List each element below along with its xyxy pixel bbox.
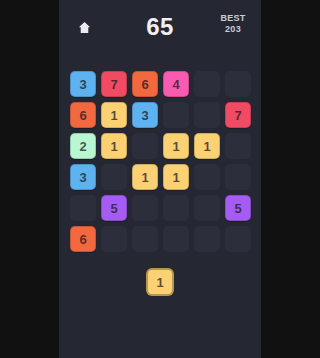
tile-r5c2-value-5[interactable]: 5 (101, 195, 127, 221)
empty-cell-r5c5 (194, 195, 220, 221)
tile-r1c2-value-7[interactable]: 7 (101, 71, 127, 97)
empty-cell-r6c3 (132, 226, 158, 252)
empty-cell-r4c5 (194, 164, 220, 190)
best-score: BEST 203 (216, 13, 250, 35)
best-score-value: 203 (216, 24, 250, 35)
tile-r1c3-value-6[interactable]: 6 (132, 71, 158, 97)
tile-r2c3-value-3[interactable]: 3 (132, 102, 158, 128)
empty-cell-r4c2 (101, 164, 127, 190)
tile-r4c3-value-1[interactable]: 1 (132, 164, 158, 190)
board[interactable]: 376461372111311556 (70, 71, 251, 252)
tile-r4c1-value-3[interactable]: 3 (70, 164, 96, 190)
empty-cell-r1c6 (225, 71, 251, 97)
tile-r3c2-value-1[interactable]: 1 (101, 133, 127, 159)
empty-cell-r3c3 (132, 133, 158, 159)
empty-cell-r6c5 (194, 226, 220, 252)
tile-r1c4-value-4[interactable]: 4 (163, 71, 189, 97)
empty-cell-r2c4 (163, 102, 189, 128)
tile-r2c6-value-7[interactable]: 7 (225, 102, 251, 128)
next-tile[interactable]: 1 (146, 268, 174, 296)
empty-cell-r1c5 (194, 71, 220, 97)
empty-cell-r6c2 (101, 226, 127, 252)
top-bar: 65 BEST 203 (59, 0, 261, 52)
empty-cell-r4c6 (225, 164, 251, 190)
tile-r6c1-value-6[interactable]: 6 (70, 226, 96, 252)
empty-cell-r5c4 (163, 195, 189, 221)
best-score-label: BEST (216, 13, 250, 24)
empty-cell-r6c4 (163, 226, 189, 252)
empty-cell-r6c6 (225, 226, 251, 252)
game-screen: 65 BEST 203 376461372111311556 1 (59, 0, 261, 358)
tile-r3c4-value-1[interactable]: 1 (163, 133, 189, 159)
empty-cell-r3c6 (225, 133, 251, 159)
empty-cell-r5c1 (70, 195, 96, 221)
tile-r5c6-value-5[interactable]: 5 (225, 195, 251, 221)
empty-cell-r2c5 (194, 102, 220, 128)
empty-cell-r5c3 (132, 195, 158, 221)
tile-r3c5-value-1[interactable]: 1 (194, 133, 220, 159)
tile-r2c1-value-6[interactable]: 6 (70, 102, 96, 128)
tile-r2c2-value-1[interactable]: 1 (101, 102, 127, 128)
tile-r1c1-value-3[interactable]: 3 (70, 71, 96, 97)
tile-r4c4-value-1[interactable]: 1 (163, 164, 189, 190)
tile-r3c1-value-2[interactable]: 2 (70, 133, 96, 159)
